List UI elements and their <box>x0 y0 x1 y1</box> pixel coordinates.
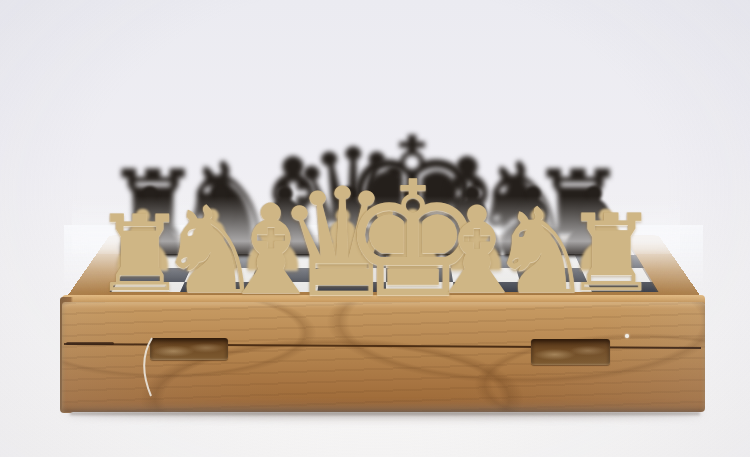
piece-white-rook-h1[interactable]: ♜ <box>563 201 658 307</box>
pieces-layer: ♜♞♝♛♚♝♞♜♟♟♟♟♟♟♟♟♟♟♟♟♟♟♟♟♜♞♝♛♚♝♞♜ <box>0 0 750 457</box>
box-contact-shadow <box>70 412 700 415</box>
chess-photo-scene: ♜♞♝♛♚♝♞♜♟♟♟♟♟♟♟♟♟♟♟♟♟♟♟♟♜♞♝♛♚♝♞♜ <box>0 0 750 457</box>
